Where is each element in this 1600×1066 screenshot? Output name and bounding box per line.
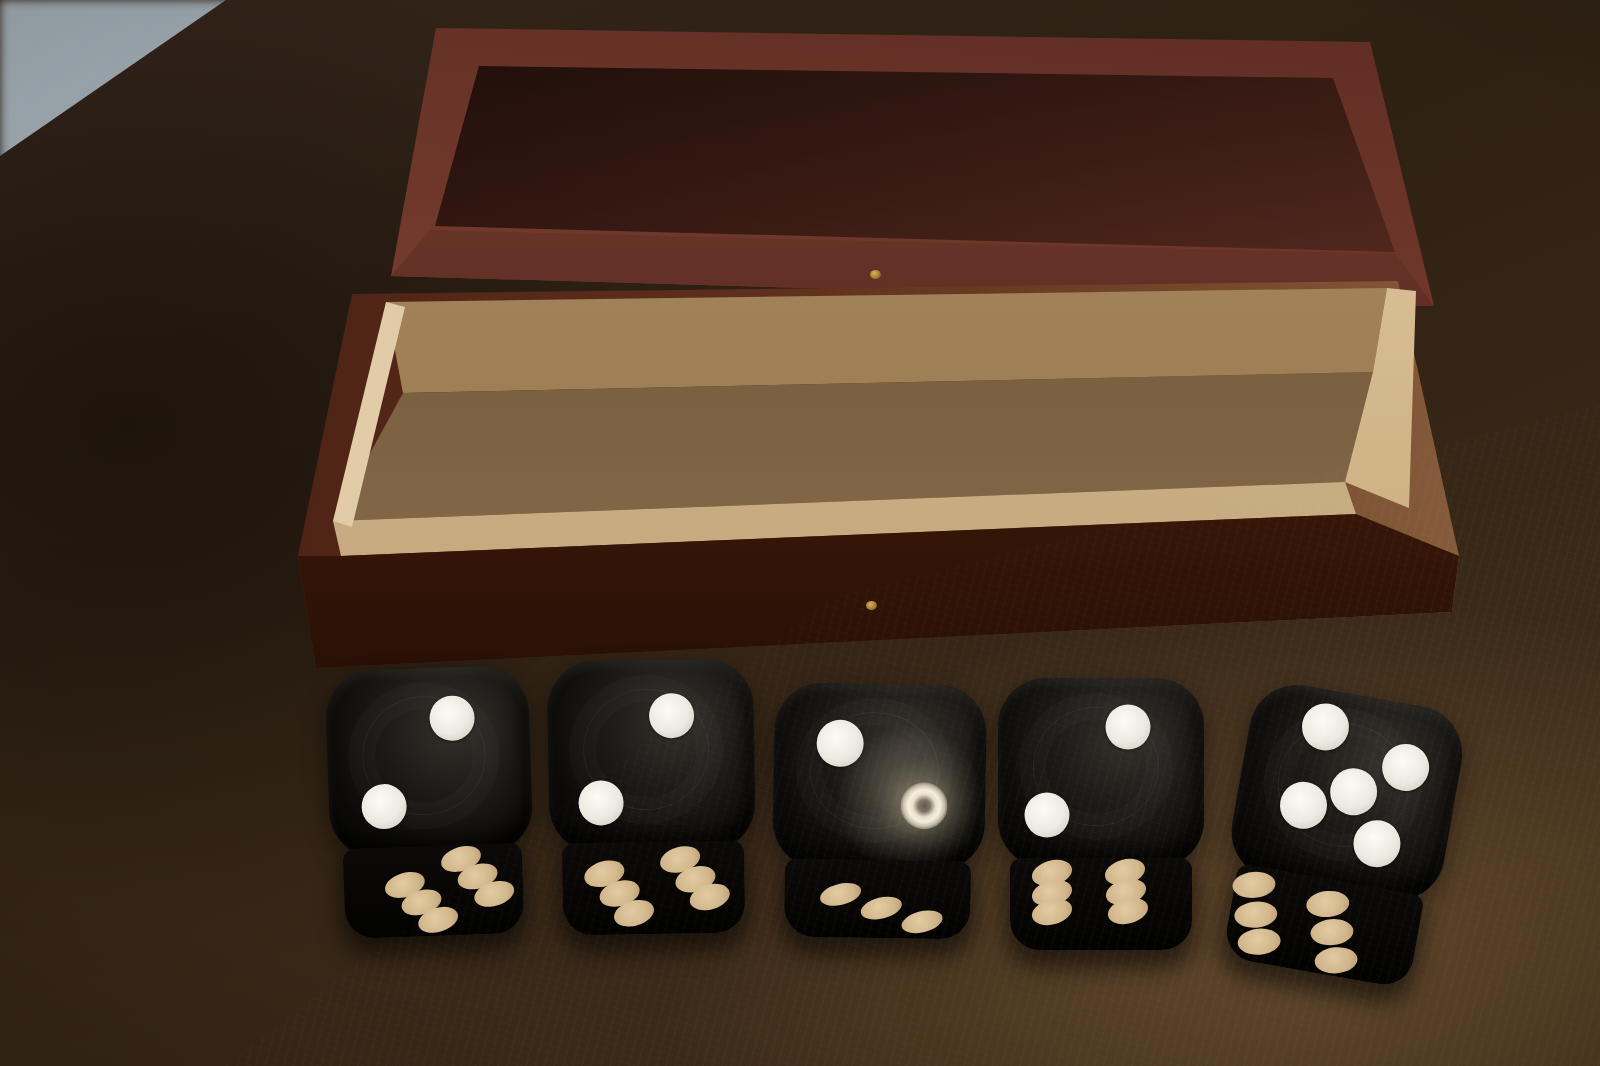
dice-row: [0, 0, 1600, 1066]
die-3-front-pip: [817, 879, 863, 910]
die-5-front-pip: [1231, 870, 1276, 900]
die-5-top-pip: [1350, 817, 1404, 871]
die-3-front-pip: [899, 906, 945, 937]
die-5-top-pip: [1379, 740, 1433, 794]
die-3: [771, 682, 987, 940]
die-1-top-face-2: [324, 665, 533, 860]
die-3-top-face-2: [772, 682, 987, 872]
die-5-front-pip: [1314, 945, 1359, 975]
die-2-front-face-6: [562, 840, 745, 935]
die-4-top-pip: [1025, 792, 1070, 837]
die-5-front-pip: [1237, 927, 1282, 957]
die-5-top-pip: [1276, 778, 1330, 832]
die-4-front-face-6: [1010, 858, 1191, 950]
die-3-front-face-3: [784, 858, 972, 939]
die-1-front-face-6: [343, 843, 525, 939]
die-2: [547, 658, 758, 936]
die-2-top-face-2: [547, 658, 756, 854]
die-3-glare-highlight: [833, 724, 986, 877]
die-1-top-pip: [361, 784, 408, 831]
die-5-front-pip: [1234, 899, 1279, 929]
die-5-top-pip: [1298, 700, 1352, 754]
die-2-top-pip: [578, 780, 624, 826]
die-1-top-pip: [429, 695, 476, 742]
die-4-top-pip: [1105, 705, 1150, 750]
die-1: [324, 665, 536, 940]
die-4-top-face-2: [998, 678, 1204, 868]
die-2-top-pip: [648, 692, 694, 738]
die-5: [1209, 677, 1470, 991]
die-3-front-pip: [858, 893, 904, 924]
die-5-front-pip: [1305, 889, 1350, 919]
die-4: [998, 678, 1204, 950]
die-5-top-pip: [1326, 765, 1380, 819]
photo-scene: [0, 0, 1600, 1066]
die-5-front-pip: [1309, 918, 1354, 948]
